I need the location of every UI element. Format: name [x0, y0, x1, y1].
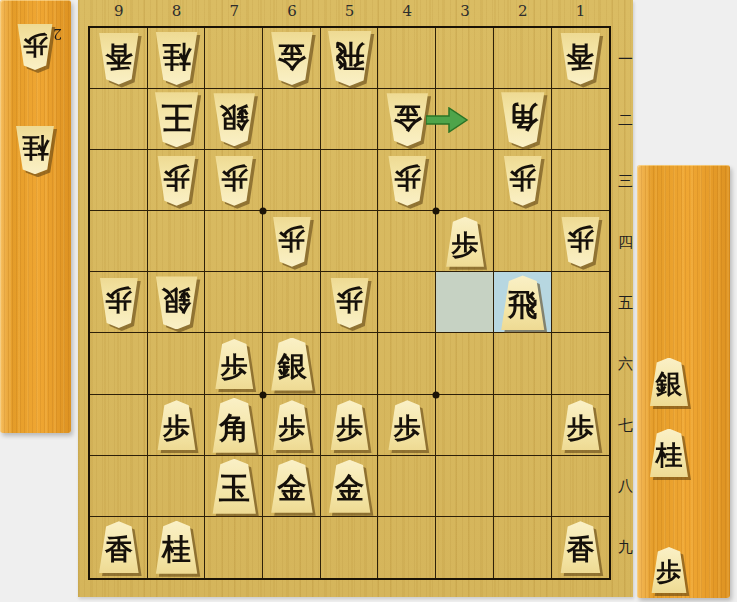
koma-kanji: 歩 [657, 560, 682, 585]
board-cell[interactable] [321, 211, 379, 272]
board-cell[interactable] [263, 272, 321, 333]
column-label-7: 7 [229, 2, 239, 20]
gote-piece-lance[interactable]: 香 [97, 33, 141, 85]
gote-piece-bishop[interactable]: 角 [499, 92, 547, 147]
board-cell[interactable] [436, 28, 494, 89]
koma-kanji: 玉 [219, 473, 250, 504]
board-cell[interactable] [436, 395, 494, 456]
board-cell[interactable] [552, 89, 610, 150]
board-cell[interactable] [494, 456, 552, 517]
koma-kanji: 金 [393, 103, 422, 132]
star-point [260, 208, 267, 215]
koma-kanji: 金 [277, 474, 306, 503]
gote-piece-pawn[interactable]: 歩 [271, 217, 313, 267]
shogi-board: 香桂金飛香王銀金角歩歩歩歩歩歩歩歩銀歩飛歩銀歩角歩歩歩歩玉金金香桂香 98765… [78, 0, 633, 597]
board-cell[interactable] [90, 456, 148, 517]
koma-kanji: 歩 [278, 226, 305, 253]
koma-shape: 歩 [502, 156, 544, 206]
sente-piece-silver[interactable]: 銀 [269, 338, 315, 391]
koma-kanji: 歩 [163, 414, 190, 441]
koma-kanji: 歩 [452, 231, 479, 258]
hand-count-badge: 2 [53, 26, 62, 42]
sente-piece-pawn[interactable]: 歩 [444, 217, 486, 267]
koma-kanji: 銀 [220, 103, 249, 132]
koma-shape: 香 [97, 33, 141, 85]
sente-piece-gold[interactable]: 金 [269, 460, 315, 513]
koma-shape: 歩 [271, 217, 313, 267]
row-label-rank6: 六 [618, 355, 633, 374]
gote-piece-pawn[interactable]: 歩 [213, 156, 255, 206]
board-cell[interactable] [205, 272, 263, 333]
koma-shape: 歩 [386, 156, 428, 206]
row-label-rank4: 四 [618, 232, 633, 251]
gote-piece-knight[interactable]: 桂 [14, 126, 56, 175]
sente-piece-knight[interactable]: 桂 [154, 521, 200, 574]
sente-piece-lance[interactable]: 香 [97, 521, 141, 573]
sente-piece-lance[interactable]: 香 [558, 521, 602, 573]
gote-piece-gold[interactable]: 金 [384, 93, 430, 146]
board-cell[interactable] [90, 150, 148, 211]
sente-piece-pawn[interactable]: 歩 [271, 400, 313, 450]
sente-komadai: 銀桂歩 [637, 165, 730, 598]
board-cell[interactable] [494, 517, 552, 578]
koma-kanji: 金 [277, 42, 306, 71]
sente-piece-silver[interactable]: 銀 [648, 358, 690, 407]
koma-shape: 金 [384, 93, 430, 146]
koma-kanji: 香 [566, 42, 594, 70]
koma-shape: 歩 [271, 400, 313, 450]
board-cell[interactable] [90, 211, 148, 272]
gote-piece-pawn[interactable]: 歩 [16, 24, 55, 70]
column-label-4: 4 [403, 2, 413, 20]
koma-shape: 歩 [213, 339, 255, 389]
koma-shape: 銀 [211, 93, 257, 146]
koma-kanji: 銀 [656, 371, 683, 398]
board-cell[interactable] [205, 28, 263, 89]
koma-shape: 歩 [329, 400, 371, 450]
koma-kanji: 桂 [162, 42, 191, 71]
koma-kanji: 歩 [336, 414, 363, 441]
gote-komadai: 歩2桂 [0, 0, 71, 433]
board-cell[interactable] [378, 456, 436, 517]
koma-kanji: 歩 [163, 165, 190, 192]
koma-kanji: 銀 [277, 352, 306, 381]
gote-piece-pawn[interactable]: 歩 [329, 278, 371, 328]
column-label-1: 1 [576, 2, 586, 20]
koma-kanji: 歩 [567, 414, 594, 441]
koma-kanji: 飛 [508, 290, 538, 320]
column-label-8: 8 [172, 2, 182, 20]
row-label-rank1: 一 [618, 49, 633, 68]
koma-shape: 歩 [386, 400, 428, 450]
koma-shape: 香 [97, 521, 141, 573]
board-cell[interactable] [436, 150, 494, 211]
gote-piece-pawn[interactable]: 歩 [386, 156, 428, 206]
koma-shape: 歩 [444, 217, 486, 267]
board-cell[interactable] [90, 89, 148, 150]
board-cell[interactable] [378, 211, 436, 272]
gote-piece-silver[interactable]: 銀 [211, 93, 257, 146]
board-cell[interactable] [321, 333, 379, 394]
koma-kanji: 歩 [567, 226, 594, 253]
koma-shape: 歩 [650, 547, 689, 593]
sente-piece-pawn[interactable]: 歩 [559, 400, 601, 450]
gote-piece-lance[interactable]: 香 [558, 33, 602, 85]
koma-shape: 王 [153, 92, 201, 147]
gote-piece-king[interactable]: 王 [153, 92, 201, 147]
koma-shape: 桂 [14, 126, 56, 175]
board-cell[interactable] [378, 272, 436, 333]
board-cell[interactable] [494, 395, 552, 456]
row-label-rank7: 七 [618, 416, 633, 435]
gote-piece-pawn[interactable]: 歩 [156, 156, 198, 206]
sente-piece-pawn[interactable]: 歩 [650, 547, 689, 593]
board-cell[interactable] [494, 28, 552, 89]
koma-kanji: 角 [508, 102, 538, 132]
koma-shape: 飛 [326, 31, 374, 86]
gote-piece-rook[interactable]: 飛 [326, 31, 374, 86]
koma-kanji: 金 [335, 474, 364, 503]
koma-kanji: 香 [105, 42, 133, 70]
koma-shape: 桂 [154, 32, 200, 85]
koma-shape: 角 [210, 398, 258, 453]
koma-kanji: 歩 [336, 287, 363, 314]
star-point [433, 208, 440, 215]
board-cell[interactable] [436, 272, 494, 333]
koma-kanji: 桂 [22, 134, 49, 161]
column-label-6: 6 [287, 2, 297, 20]
column-label-3: 3 [460, 2, 470, 20]
star-point [433, 391, 440, 398]
gote-piece-gold[interactable]: 金 [269, 32, 315, 85]
board-cell[interactable] [321, 150, 379, 211]
koma-shape: 銀 [154, 276, 200, 329]
koma-shape: 歩 [329, 278, 371, 328]
gote-piece-pawn[interactable]: 歩 [559, 217, 601, 267]
koma-kanji: 歩 [394, 165, 421, 192]
row-label-rank5: 五 [618, 293, 633, 312]
board-cell[interactable] [436, 456, 494, 517]
koma-kanji: 香 [105, 536, 133, 564]
board-cell[interactable] [552, 333, 610, 394]
board-cell[interactable] [148, 333, 206, 394]
board-cell[interactable] [552, 272, 610, 333]
koma-kanji: 王 [161, 102, 192, 133]
koma-shape: 金 [327, 460, 373, 513]
sente-piece-rook[interactable]: 飛 [499, 275, 547, 330]
gote-piece-pawn[interactable]: 歩 [98, 278, 140, 328]
column-label-5: 5 [345, 2, 355, 20]
sente-piece-pawn[interactable]: 歩 [156, 400, 198, 450]
koma-shape: 銀 [648, 358, 690, 407]
koma-shape: 玉 [210, 459, 258, 514]
koma-shape: 歩 [156, 156, 198, 206]
koma-kanji: 歩 [221, 353, 248, 380]
column-label-2: 2 [518, 2, 528, 20]
board-cell[interactable] [205, 517, 263, 578]
koma-kanji: 歩 [23, 32, 48, 57]
koma-shape: 金 [269, 460, 315, 513]
board-cell[interactable] [436, 517, 494, 578]
board-cell[interactable] [263, 150, 321, 211]
koma-shape: 歩 [98, 278, 140, 328]
koma-kanji: 桂 [656, 442, 683, 469]
board-cell[interactable] [436, 333, 494, 394]
move-arrow-icon [426, 107, 468, 133]
koma-kanji: 香 [566, 536, 594, 564]
koma-shape: 角 [499, 92, 547, 147]
sente-piece-knight[interactable]: 桂 [648, 429, 690, 478]
row-label-rank8: 八 [618, 477, 633, 496]
koma-kanji: 歩 [105, 287, 132, 314]
row-label-rank2: 二 [618, 110, 633, 129]
koma-shape: 香 [558, 521, 602, 573]
row-label-rank9: 九 [618, 538, 633, 557]
koma-shape: 歩 [559, 217, 601, 267]
board-cell[interactable] [552, 456, 610, 517]
sente-piece-pawn[interactable]: 歩 [213, 339, 255, 389]
sente-piece-gold[interactable]: 金 [327, 460, 373, 513]
gote-piece-silver[interactable]: 銀 [154, 276, 200, 329]
koma-shape: 歩 [16, 24, 55, 70]
board-cell[interactable] [263, 517, 321, 578]
sente-piece-pawn[interactable]: 歩 [386, 400, 428, 450]
koma-shape: 香 [558, 33, 602, 85]
board-cell[interactable] [378, 28, 436, 89]
sente-piece-bishop[interactable]: 角 [210, 398, 258, 453]
board-cell[interactable] [378, 517, 436, 578]
sente-piece-king[interactable]: 玉 [210, 459, 258, 514]
star-point [260, 391, 267, 398]
gote-piece-knight[interactable]: 桂 [154, 32, 200, 85]
board-cell[interactable] [148, 456, 206, 517]
row-label-rank3: 三 [618, 171, 633, 190]
koma-kanji: 角 [219, 413, 249, 443]
sente-piece-pawn[interactable]: 歩 [329, 400, 371, 450]
gote-piece-pawn[interactable]: 歩 [502, 156, 544, 206]
koma-kanji: 桂 [162, 535, 191, 564]
koma-shape: 金 [269, 32, 315, 85]
board-cell[interactable] [552, 150, 610, 211]
board-cell[interactable] [263, 89, 321, 150]
koma-shape: 飛 [499, 275, 547, 330]
board-cell[interactable] [90, 395, 148, 456]
board-cell[interactable] [321, 89, 379, 150]
koma-shape: 桂 [154, 521, 200, 574]
koma-kanji: 歩 [394, 414, 421, 441]
koma-shape: 歩 [213, 156, 255, 206]
board-cell[interactable] [148, 211, 206, 272]
board-cell[interactable] [494, 211, 552, 272]
koma-shape: 歩 [559, 400, 601, 450]
column-label-9: 9 [114, 2, 124, 20]
koma-shape: 銀 [269, 338, 315, 391]
board-grid: 香桂金飛香王銀金角歩歩歩歩歩歩歩歩銀歩飛歩銀歩角歩歩歩歩玉金金香桂香 [88, 26, 611, 580]
board-cell[interactable] [90, 333, 148, 394]
koma-shape: 歩 [156, 400, 198, 450]
koma-kanji: 銀 [162, 286, 191, 315]
board-cell[interactable] [205, 211, 263, 272]
board-cell[interactable] [494, 333, 552, 394]
board-cell[interactable] [378, 333, 436, 394]
koma-kanji: 歩 [221, 165, 248, 192]
koma-kanji: 歩 [509, 165, 536, 192]
koma-kanji: 飛 [335, 41, 365, 71]
koma-kanji: 歩 [278, 414, 305, 441]
board-cell[interactable] [321, 517, 379, 578]
koma-shape: 桂 [648, 429, 690, 478]
